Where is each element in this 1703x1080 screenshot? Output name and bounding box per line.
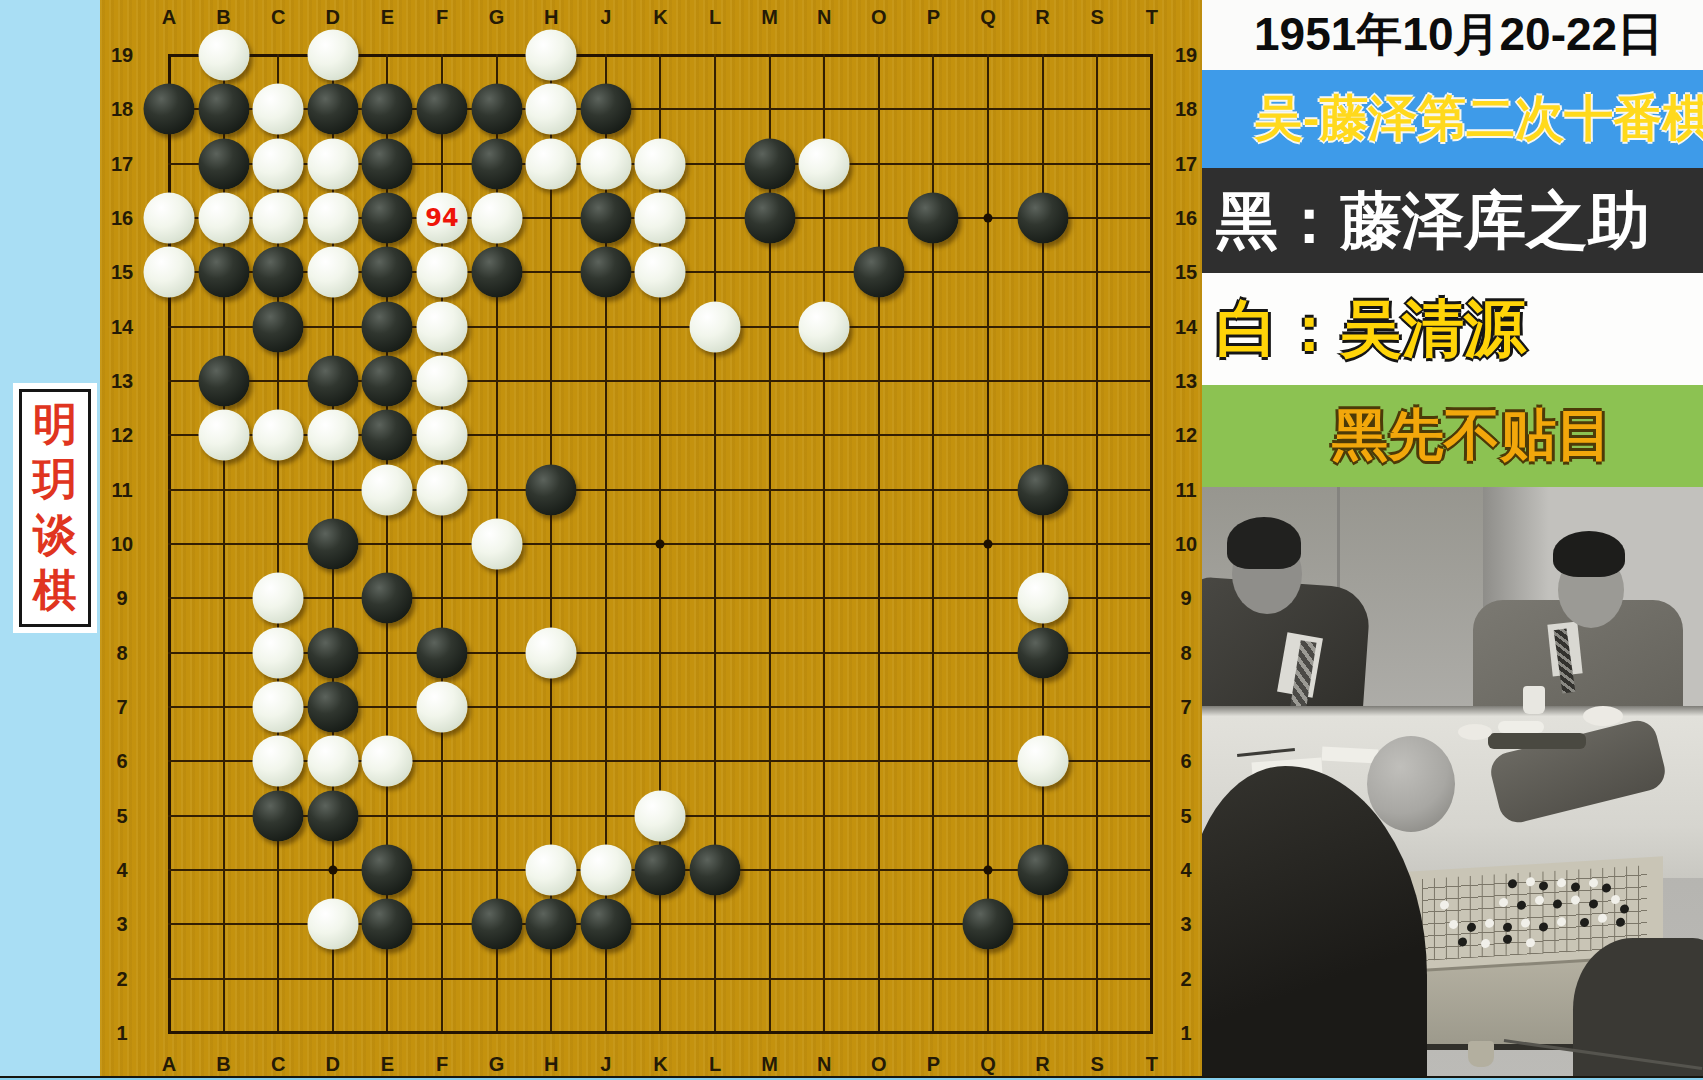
column-label-top: F [436,6,448,29]
black-stone [198,355,249,406]
column-label-bottom: N [817,1053,831,1076]
column-label-bottom: K [653,1053,667,1076]
napkin [1498,721,1544,733]
black-stone [690,844,741,895]
game-date-banner: 1951年10月20-22日 [1202,0,1703,70]
foreground-player-head [1367,736,1455,832]
last-move-number: 94 [417,192,468,243]
white-stone [635,790,686,841]
column-label-bottom: R [1035,1053,1049,1076]
row-label-right: 7 [1180,695,1191,718]
white-stone [198,30,249,81]
black-stone [417,627,468,678]
black-stone [362,899,413,950]
black-stone [307,518,358,569]
bowl [1458,724,1492,740]
row-label-left: 18 [111,98,133,121]
row-label-right: 19 [1175,44,1197,67]
white-stone [799,138,850,189]
column-label-top: H [544,6,558,29]
white-stone [307,899,358,950]
row-label-left: 2 [116,967,127,990]
row-label-right: 11 [1175,478,1196,501]
column-label-top: A [162,6,176,29]
column-label-bottom: J [600,1053,611,1076]
row-label-right: 13 [1175,369,1197,392]
black-stone [198,84,249,135]
black-stone [362,192,413,243]
photo-white-stone [1598,913,1607,923]
photo-black-stone [1517,900,1526,910]
row-label-left: 15 [111,261,133,284]
white-stone [144,247,195,298]
black-stone [307,84,358,135]
black-player-banner: 黑：藤泽库之助 [1202,168,1703,273]
row-label-right: 14 [1175,315,1197,338]
black-stone [307,681,358,732]
row-label-right: 5 [1180,804,1191,827]
photo-black-stone [1540,921,1549,931]
black-stone [253,301,304,352]
row-label-right: 15 [1175,261,1197,284]
white-stone [253,84,304,135]
black-stone [1017,192,1068,243]
photo-black-stone [1589,899,1598,909]
white-stone [471,518,522,569]
row-label-right: 2 [1180,967,1191,990]
black-stone [1017,627,1068,678]
row-label-left: 7 [116,695,127,718]
black-stone [362,84,413,135]
black-stone [526,899,577,950]
screenshot-root: 明玥谈棋 AABBCCDDEEFFGGHHJJKKLLMMNNOOPPQQRRS… [0,0,1703,1080]
white-stone [526,844,577,895]
white-stone: 94 [417,192,468,243]
black-stone [198,247,249,298]
white-stone [307,192,358,243]
column-label-bottom: C [271,1053,285,1076]
photo-white-stone [1558,878,1567,888]
black-stone [307,627,358,678]
black-stone [362,573,413,624]
row-label-left: 8 [116,641,127,664]
plate-character: 明 [33,403,77,447]
row-label-left: 19 [111,44,133,67]
plate-character: 棋 [33,569,77,613]
black-stone [963,899,1014,950]
black-stone [198,138,249,189]
black-stone [580,192,631,243]
white-stone [580,844,631,895]
white-stone [526,30,577,81]
column-label-bottom: F [436,1053,448,1076]
white-stone [144,192,195,243]
photo-white-stone [1526,937,1535,947]
photo-white-stone [1486,918,1495,928]
column-label-bottom: S [1091,1053,1104,1076]
row-label-right: 3 [1180,913,1191,936]
black-stone [908,192,959,243]
column-label-top: C [271,6,285,29]
star-point [984,213,993,222]
column-label-bottom: P [927,1053,940,1076]
star-point [984,865,993,874]
photo-white-stone [1612,894,1621,904]
photo-white-stone [1450,919,1459,929]
column-label-top: O [871,6,887,29]
photo-black-stone [1571,882,1580,892]
match-title-banner: 吴-藤泽第二次十番棋 [1202,70,1703,168]
column-label-bottom: L [709,1053,721,1076]
photo-black-stone [1616,917,1625,927]
black-stone [635,844,686,895]
column-label-top: N [817,6,831,29]
column-label-bottom: B [216,1053,230,1076]
black-stone [471,84,522,135]
black-stone [471,899,522,950]
grid-line-vertical [878,54,880,1035]
black-stone [471,138,522,189]
black-stone [526,464,577,515]
column-label-bottom: O [871,1053,887,1076]
column-label-bottom: Q [980,1053,996,1076]
white-stone [307,30,358,81]
grid-line-horizontal [168,978,1154,980]
row-label-left: 10 [111,532,133,555]
black-stone [144,84,195,135]
photo-white-stone [1481,938,1490,948]
grid-line-vertical [823,54,825,1035]
black-stone [744,192,795,243]
black-stone [253,790,304,841]
white-stone [690,301,741,352]
column-label-bottom: M [761,1053,778,1076]
black-stone [580,247,631,298]
historical-photo [1202,487,1703,1080]
row-label-left: 16 [111,206,133,229]
channel-name-plate-border: 明玥谈棋 [19,389,91,627]
goban-leg [1468,1041,1494,1067]
photo-black-stone [1553,899,1562,909]
white-stone [635,138,686,189]
star-point [984,539,993,548]
white-stone [198,410,249,461]
white-stone [253,573,304,624]
photo-white-stone [1499,898,1508,908]
grid-line-vertical [1150,54,1153,1035]
white-stone [526,138,577,189]
white-stone [1017,573,1068,624]
black-stone [362,355,413,406]
white-stone [471,192,522,243]
info-panel: 1951年10月20-22日 吴-藤泽第二次十番棋 黑：藤泽库之助 白：吴清源 … [1202,0,1703,1080]
black-stone [362,410,413,461]
column-label-bottom: A [162,1053,176,1076]
white-stone [253,681,304,732]
column-label-bottom: T [1146,1053,1158,1076]
row-label-right: 1 [1180,1021,1191,1044]
black-stone [362,844,413,895]
white-stone [417,410,468,461]
photo-white-stone [1441,900,1450,910]
channel-name-plate: 明玥谈棋 [13,383,97,633]
black-stone [744,138,795,189]
black-stone [362,138,413,189]
photo-black-stone [1621,903,1630,913]
grid-line-vertical [1096,54,1098,1035]
black-stone [471,247,522,298]
row-label-left: 13 [111,369,133,392]
column-label-top: M [761,6,778,29]
white-stone [417,355,468,406]
row-label-right: 12 [1175,424,1197,447]
photo-white-stone [1589,877,1598,887]
white-stone [253,192,304,243]
column-label-top: T [1146,6,1158,29]
tea-tray [1488,733,1586,749]
column-label-top: S [1091,6,1104,29]
white-stone [580,138,631,189]
white-stone [526,627,577,678]
row-label-right: 18 [1175,98,1197,121]
row-label-left: 1 [116,1021,127,1044]
white-stone [307,247,358,298]
column-label-top: L [709,6,721,29]
photo-white-stone [1558,917,1567,927]
black-stone [362,301,413,352]
black-stone [580,899,631,950]
photo-white-stone [1522,918,1531,928]
photo-white-stone [1526,876,1535,886]
black-stone [362,247,413,298]
white-stone [417,247,468,298]
right-man-hair [1553,531,1625,577]
row-label-left: 9 [116,587,127,610]
white-stone [253,410,304,461]
column-label-top: J [600,6,611,29]
row-label-left: 17 [111,152,133,175]
window-bottom-edge [0,1076,1703,1080]
photo-black-stone [1603,883,1612,893]
column-label-top: Q [980,6,996,29]
grid-line-horizontal [168,597,1154,599]
row-label-left: 6 [116,750,127,773]
column-label-bottom: H [544,1053,558,1076]
photo-black-stone [1580,917,1589,927]
plate-character: 玥 [33,458,77,502]
grid-line-horizontal [168,1031,1154,1034]
left-man-hair [1227,517,1301,569]
row-label-right: 8 [1180,641,1191,664]
rule-banner: 黑先不贴目 [1202,385,1703,487]
photo-white-stone [1535,895,1544,905]
white-stone [307,138,358,189]
white-stone [253,736,304,787]
black-stone [307,790,358,841]
black-stone [1017,844,1068,895]
white-player-banner: 白：吴清源 [1202,273,1703,385]
star-point [328,865,337,874]
column-label-bottom: G [489,1053,505,1076]
row-label-left: 5 [116,804,127,827]
row-label-left: 14 [111,315,133,338]
white-stone [635,192,686,243]
white-stone [417,464,468,515]
row-label-left: 3 [116,913,127,936]
column-label-top: G [489,6,505,29]
white-stone [635,247,686,298]
photo-black-stone [1459,936,1468,946]
column-label-top: K [653,6,667,29]
white-stone [307,410,358,461]
white-stone [362,464,413,515]
row-label-left: 11 [111,478,132,501]
black-stone [307,355,358,406]
white-stone [253,627,304,678]
photo-black-stone [1504,922,1513,932]
row-label-right: 9 [1180,587,1191,610]
row-label-right: 6 [1180,750,1191,773]
column-label-bottom: D [326,1053,340,1076]
white-stone [1017,736,1068,787]
photo-black-stone [1504,934,1513,944]
white-stone [362,736,413,787]
photo-black-stone [1468,923,1477,933]
black-stone [580,84,631,135]
column-label-top: R [1035,6,1049,29]
tea-cup [1523,686,1545,714]
star-point [656,539,665,548]
black-stone [417,84,468,135]
row-label-right: 10 [1175,532,1197,555]
white-stone [198,192,249,243]
photo-white-stone [1571,895,1580,905]
row-label-left: 4 [116,858,127,881]
column-label-bottom: E [381,1053,394,1076]
white-stone [417,681,468,732]
go-board: AABBCCDDEEFFGGHHJJKKLLMMNNOOPPQQRRSSTT19… [100,0,1202,1080]
row-label-right: 4 [1180,858,1191,881]
plate-character: 谈 [33,514,77,558]
row-label-right: 17 [1175,152,1197,175]
left-sidebar: 明玥谈棋 [0,0,100,1080]
photo-black-stone [1540,880,1549,890]
paper-sheet [1322,746,1379,763]
white-stone [417,301,468,352]
column-label-top: P [927,6,940,29]
photo-black-stone [1508,879,1517,889]
black-stone [1017,464,1068,515]
column-label-top: E [381,6,394,29]
white-stone [307,736,358,787]
white-stone [526,84,577,135]
white-stone [253,138,304,189]
black-stone [853,247,904,298]
column-label-top: B [216,6,230,29]
black-stone [253,247,304,298]
white-stone [799,301,850,352]
column-label-top: D [326,6,340,29]
row-label-left: 12 [111,424,133,447]
row-label-right: 16 [1175,206,1197,229]
